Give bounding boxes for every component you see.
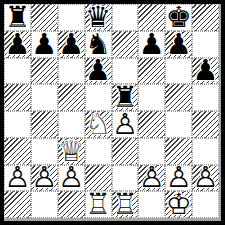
square-d3[interactable] (85, 138, 112, 165)
square-a4[interactable] (4, 111, 31, 138)
square-b7[interactable]: ♟ (31, 31, 58, 58)
white-pawn: ♙ (31, 165, 58, 192)
square-g2[interactable]: ♟♙ (165, 165, 192, 192)
square-e1[interactable]: ♜♖ (112, 191, 139, 218)
square-g1[interactable]: ♚♔ (165, 191, 192, 218)
square-b1[interactable] (31, 191, 58, 218)
black-pawn: ♟ (85, 58, 112, 85)
white-rook-backing: ♜ (112, 191, 139, 218)
square-b2[interactable]: ♟♙ (31, 165, 58, 192)
white-knight-backing: ♞ (85, 111, 112, 138)
white-pawn: ♙ (4, 165, 31, 192)
white-pawn: ♙ (58, 165, 85, 192)
square-b6[interactable] (31, 58, 58, 85)
square-c2[interactable]: ♟♙ (58, 165, 85, 192)
square-c1[interactable] (58, 191, 85, 218)
white-rook: ♖ (112, 191, 139, 218)
black-pawn: ♟ (4, 31, 31, 58)
square-h6[interactable]: ♟ (192, 58, 219, 85)
square-h2[interactable]: ♟♙ (192, 165, 219, 192)
square-f4[interactable] (138, 111, 165, 138)
square-b4[interactable] (31, 111, 58, 138)
black-rook: ♜ (112, 84, 139, 111)
square-d2[interactable] (85, 165, 112, 192)
square-a8[interactable]: ♜ (4, 4, 31, 31)
square-c5[interactable] (58, 84, 85, 111)
square-e6[interactable] (112, 58, 139, 85)
square-c4[interactable] (58, 111, 85, 138)
square-a6[interactable] (4, 58, 31, 85)
square-f7[interactable]: ♟ (138, 31, 165, 58)
white-pawn: ♙ (165, 165, 192, 192)
white-pawn-backing: ♟ (138, 165, 165, 192)
square-e3[interactable] (112, 138, 139, 165)
square-c8[interactable] (58, 4, 85, 31)
square-a1[interactable] (4, 191, 31, 218)
square-e4[interactable]: ♟♙ (112, 111, 139, 138)
square-f3[interactable] (138, 138, 165, 165)
white-knight: ♘ (85, 111, 112, 138)
square-f1[interactable] (138, 191, 165, 218)
white-pawn-backing: ♟ (192, 165, 219, 192)
square-h3[interactable] (192, 138, 219, 165)
white-pawn-backing: ♟ (112, 111, 139, 138)
square-a5[interactable] (4, 84, 31, 111)
square-a3[interactable] (4, 138, 31, 165)
square-e2[interactable] (112, 165, 139, 192)
white-rook: ♖ (85, 191, 112, 218)
square-b5[interactable] (31, 84, 58, 111)
black-queen: ♛ (85, 4, 112, 31)
white-king: ♔ (165, 191, 192, 218)
square-a2[interactable]: ♟♙ (4, 165, 31, 192)
square-d5[interactable] (85, 84, 112, 111)
square-b3[interactable] (31, 138, 58, 165)
square-h7[interactable] (192, 31, 219, 58)
square-e5[interactable]: ♜ (112, 84, 139, 111)
square-c3[interactable]: ♛♕ (58, 138, 85, 165)
square-g5[interactable] (165, 84, 192, 111)
chess-diagram-frame: ♜♛♚♟♟♟♞♟♟♟♟♜♞♘♟♙♛♕♟♙♟♙♟♙♟♙♟♙♟♙♜♖♜♖♚♔ (0, 0, 225, 225)
square-f8[interactable] (138, 4, 165, 31)
square-e7[interactable] (112, 31, 139, 58)
square-h4[interactable] (192, 111, 219, 138)
square-d4[interactable]: ♞♘ (85, 111, 112, 138)
square-f6[interactable] (138, 58, 165, 85)
square-c7[interactable]: ♟ (58, 31, 85, 58)
square-g4[interactable] (165, 111, 192, 138)
square-e8[interactable] (112, 4, 139, 31)
square-f5[interactable] (138, 84, 165, 111)
square-d1[interactable]: ♜♖ (85, 191, 112, 218)
square-d6[interactable]: ♟ (85, 58, 112, 85)
black-pawn: ♟ (138, 31, 165, 58)
black-pawn: ♟ (58, 31, 85, 58)
square-h8[interactable] (192, 4, 219, 31)
black-rook: ♜ (4, 4, 31, 31)
square-a7[interactable]: ♟ (4, 31, 31, 58)
white-pawn-backing: ♟ (4, 165, 31, 192)
white-pawn-backing: ♟ (31, 165, 58, 192)
white-queen: ♕ (58, 138, 85, 165)
square-g7[interactable]: ♟ (165, 31, 192, 58)
black-pawn: ♟ (192, 58, 219, 85)
square-c6[interactable] (58, 58, 85, 85)
board-bevel: ♜♛♚♟♟♟♞♟♟♟♟♜♞♘♟♙♛♕♟♙♟♙♟♙♟♙♟♙♟♙♜♖♜♖♚♔ (4, 4, 221, 221)
white-queen-backing: ♛ (58, 138, 85, 165)
square-b8[interactable] (31, 4, 58, 31)
white-pawn-backing: ♟ (165, 165, 192, 192)
black-pawn: ♟ (31, 31, 58, 58)
square-f2[interactable]: ♟♙ (138, 165, 165, 192)
white-rook-backing: ♜ (85, 191, 112, 218)
chess-board[interactable]: ♜♛♚♟♟♟♞♟♟♟♟♜♞♘♟♙♛♕♟♙♟♙♟♙♟♙♟♙♟♙♜♖♜♖♚♔ (4, 4, 219, 218)
square-g3[interactable] (165, 138, 192, 165)
black-knight: ♞ (85, 31, 112, 58)
white-pawn: ♙ (192, 165, 219, 192)
white-king-backing: ♚ (165, 191, 192, 218)
square-g6[interactable] (165, 58, 192, 85)
white-pawn: ♙ (112, 111, 139, 138)
black-king: ♚ (165, 4, 192, 31)
square-h1[interactable] (192, 191, 219, 218)
square-d7[interactable]: ♞ (85, 31, 112, 58)
white-pawn-backing: ♟ (58, 165, 85, 192)
white-pawn: ♙ (138, 165, 165, 192)
square-d8[interactable]: ♛ (85, 4, 112, 31)
square-h5[interactable] (192, 84, 219, 111)
black-pawn: ♟ (165, 31, 192, 58)
square-g8[interactable]: ♚ (165, 4, 192, 31)
